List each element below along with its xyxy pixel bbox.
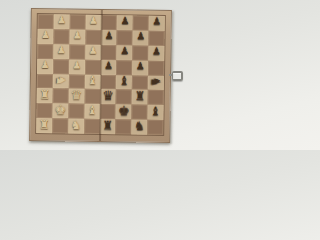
piece-black-pawn: ♟ [148,47,164,57]
square-a7 [36,103,52,118]
piece-white-pawn: ♟ [69,60,85,70]
piece-white-pawn: ♟ [37,30,53,40]
piece-white-bishop: ♝ [84,104,100,116]
piece-black-pawn: ♟ [117,16,133,26]
square-b8 [52,118,68,133]
piece-white-rook: ♜ [37,88,53,100]
piece-white-king: ♚ [52,103,68,116]
square-g2: ♟ [133,30,149,45]
square-c1 [69,15,85,30]
square-g1 [133,15,149,30]
square-g7 [132,105,148,120]
square-c2: ♟ [69,29,85,44]
piece-white-pawn: ♟ [54,16,70,26]
square-a4: ♟ [37,59,53,74]
square-b7: ♚ [52,104,68,119]
square-h1: ♟ [149,16,165,31]
square-g3 [132,45,148,60]
piece-white-pawn: ♟ [53,45,69,55]
piece-white-pawn: ♟ [85,16,101,26]
square-f1: ♟ [117,15,133,30]
piece-black-queen: ♛ [100,89,116,102]
square-h2 [149,31,165,46]
square-a2: ♟ [37,29,53,44]
square-a1 [38,14,54,29]
piece-black-pawn: ♟ [133,32,149,42]
square-d7: ♝ [84,104,100,119]
piece-black-knight: ♞ [150,74,163,90]
square-d8 [84,119,100,134]
piece-black-knight: ♞ [131,120,147,132]
square-e2: ♟ [101,30,117,45]
square-h7: ♝ [148,105,164,120]
square-b3: ♟ [53,44,69,59]
piece-black-king: ♚ [116,104,132,117]
square-d2 [85,30,101,45]
piece-white-pawn: ♟ [69,31,85,41]
square-c4: ♟ [69,59,85,74]
piece-black-pawn: ♟ [117,46,133,56]
square-f4 [116,60,132,75]
square-c6: ♛ [68,89,84,104]
square-f7: ♚ [116,104,132,119]
square-e1 [101,15,117,30]
square-h8 [147,120,163,135]
piece-black-pawn: ♟ [132,61,148,71]
playing-area: ♟♟♟♟♟♟♟♟♟♟♟♟♟♟♟♟♞♝♝♞♜♛♛♜♚♝♚♝♜♞♜♞ [35,13,166,136]
square-d4 [85,59,101,74]
piece-white-pawn: ♟ [37,60,53,70]
square-f8 [116,119,132,134]
square-b5: ♞ [53,74,69,89]
square-f3: ♟ [117,45,133,60]
square-e3 [101,45,117,60]
square-a6: ♜ [37,88,53,103]
piece-white-rook: ♜ [36,118,52,130]
piece-white-knight: ♞ [68,119,84,131]
photo-background: ♟♟♟♟♟♟♟♟♟♟♟♟♟♟♟♟♞♝♝♞♜♛♛♜♚♝♚♝♜♞♜♞ [0,0,200,150]
square-d3: ♟ [85,45,101,60]
piece-white-knight: ♞ [54,73,67,89]
square-f5: ♝ [116,75,132,90]
square-c5 [69,74,85,89]
square-b6 [52,89,68,104]
square-e7 [100,104,116,119]
square-h4 [148,60,164,75]
square-g5 [132,75,148,90]
clasp-icon [172,71,183,81]
square-c3 [69,44,85,59]
piece-black-pawn: ♟ [101,61,117,71]
square-b4 [53,59,69,74]
chess-board: ♟♟♟♟♟♟♟♟♟♟♟♟♟♟♟♟♞♝♝♞♜♛♛♜♚♝♚♝♜♞♜♞ [29,8,172,143]
square-a8: ♜ [36,118,52,133]
square-e6: ♛ [100,89,116,104]
square-d1: ♟ [85,15,101,30]
square-e4: ♟ [101,60,117,75]
square-h6 [148,90,164,105]
square-g8: ♞ [131,120,147,135]
piece-white-pawn: ♟ [85,46,101,56]
square-e8: ♜ [100,119,116,134]
piece-black-pawn: ♟ [149,17,165,27]
piece-black-rook: ♜ [100,119,116,131]
square-h3: ♟ [148,45,164,60]
square-b1: ♟ [54,14,70,29]
square-b2 [53,29,69,44]
piece-black-bishop: ♝ [116,75,132,87]
square-d6 [84,89,100,104]
square-g4: ♟ [132,60,148,75]
square-c7 [68,104,84,119]
square-e5 [100,75,116,90]
piece-white-bishop: ♝ [84,74,100,86]
square-d5: ♝ [84,74,100,89]
square-c8: ♞ [68,119,84,134]
square-g6: ♜ [132,90,148,105]
square-f2 [117,30,133,45]
square-a3 [37,44,53,59]
piece-black-bishop: ♝ [148,105,164,117]
piece-black-rook: ♜ [132,90,148,102]
square-h5: ♞ [148,75,164,90]
piece-black-pawn: ♟ [101,31,117,41]
piece-white-queen: ♛ [68,88,84,101]
square-a5 [37,74,53,89]
square-f6 [116,90,132,105]
